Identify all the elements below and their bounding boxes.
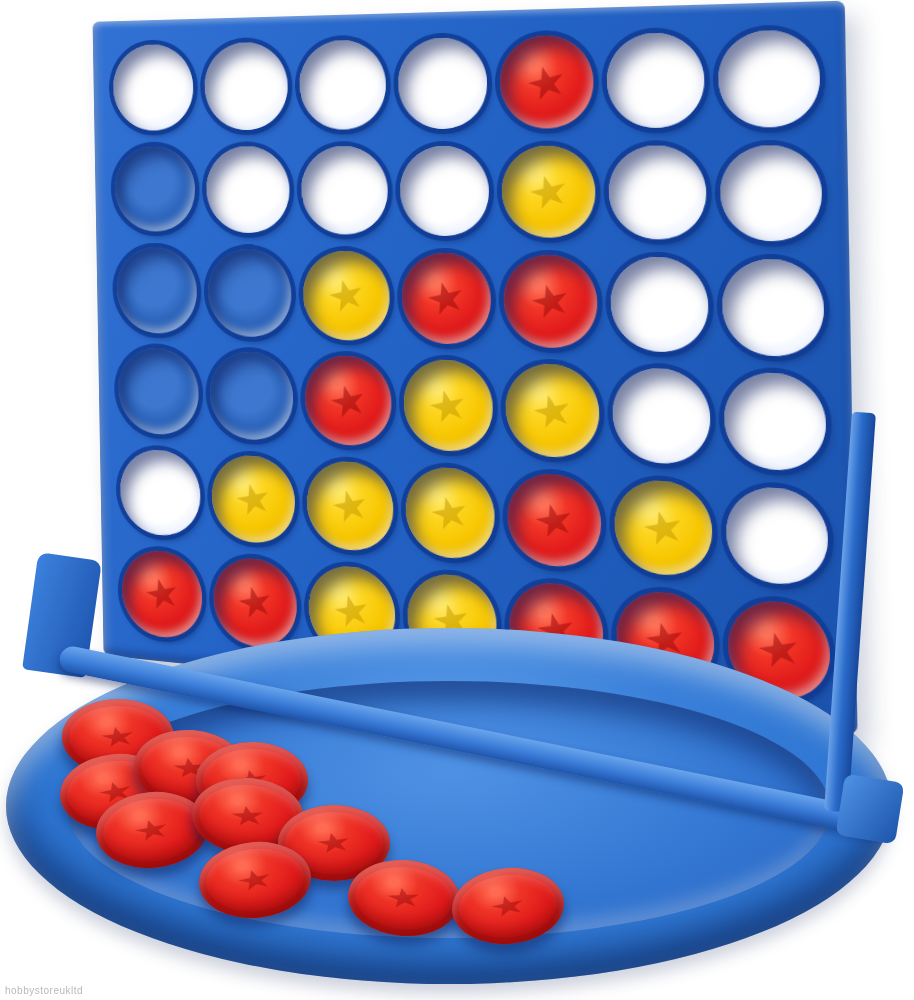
disc-star-emboss-icon: ★ <box>312 828 356 858</box>
disc-star-emboss-icon: ★ <box>129 814 175 846</box>
watermark-text: hobbystoreukltd <box>5 985 83 996</box>
tray-loose-discs: ★★★★★★★★★★ <box>0 0 914 1000</box>
tray-red-disc[interactable]: ★ <box>449 863 567 948</box>
disc-star-emboss-icon: ★ <box>232 864 278 896</box>
disc-star-emboss-icon: ★ <box>96 722 140 752</box>
disc-star-emboss-icon: ★ <box>383 884 426 912</box>
support-clamp <box>836 774 905 845</box>
disc-star-emboss-icon: ★ <box>485 890 531 922</box>
disc-star-emboss-icon: ★ <box>227 802 270 830</box>
connect-four-photo: ★★★★★★★★★★★★★★★★★★★★ ★★★★★★★★★★ hobbysto… <box>0 0 914 1000</box>
